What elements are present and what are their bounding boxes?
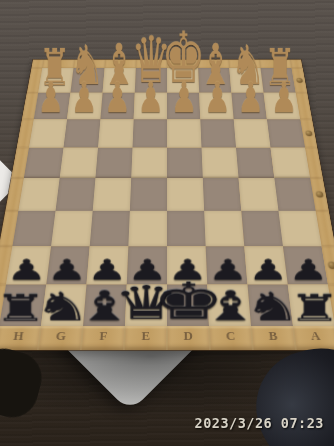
square-g5 [56,178,96,211]
board-frame: E [124,326,167,350]
board-frame: H [0,326,41,350]
square-b8: ♞ [248,285,294,327]
piece-white-pawn: ♟ [204,77,231,119]
board-frame: D [167,326,210,350]
piece-white-pawn: ♟ [237,77,264,119]
square-d4 [167,148,203,178]
board-frame: B [251,326,296,350]
square-h2: ♟ [34,93,71,119]
square-d5 [167,178,204,211]
photo-frame: ♜♞♝♛♚♝♞♜♟♟♟♟♟♟♟♟♟♟♟♟♟♟♟♟♜♞♝♛♚♝♞♜HGFEDCBA… [0,0,334,446]
square-h4 [24,148,64,178]
square-a4 [271,148,311,178]
square-c6 [204,211,244,246]
file-label-b: B [268,328,278,344]
square-d3 [167,119,202,147]
square-e4 [131,148,167,178]
square-c5 [203,178,242,211]
square-f6 [90,211,130,246]
board-frame: G [38,326,83,350]
file-label-h: H [12,328,24,344]
camera-timestamp: 2023/3/26 07:23 [195,415,324,431]
square-b2: ♟ [231,93,267,119]
square-b6 [241,211,283,246]
file-label-g: G [55,328,67,344]
square-g6 [51,211,93,246]
chess-board: ♜♞♝♛♚♝♞♜♟♟♟♟♟♟♟♟♟♟♟♟♟♟♟♟♜♞♝♛♚♝♞♜HGFEDCBA [0,60,334,350]
square-b3 [234,119,271,147]
square-g4 [60,148,98,178]
square-f5 [93,178,132,211]
square-a8: ♜ [288,285,334,327]
piece-black-rook: ♜ [288,290,334,327]
piece-white-pawn: ♟ [37,77,64,119]
board-frame: F [81,326,125,350]
square-a2: ♟ [264,93,301,119]
piece-white-pawn: ♟ [70,77,97,119]
square-e6 [128,211,167,246]
square-f2: ♟ [100,93,134,119]
square-c4 [202,148,239,178]
square-e3 [132,119,167,147]
square-f3 [98,119,134,147]
piece-white-pawn: ♟ [137,77,164,119]
board-scene: ♜♞♝♛♚♝♞♜♟♟♟♟♟♟♟♟♟♟♟♟♟♟♟♟♜♞♝♛♚♝♞♜HGFEDCBA [0,0,334,350]
square-f4 [95,148,132,178]
board-frame [316,211,334,246]
square-b5 [239,178,279,211]
piece-black-pawn: ♟ [6,256,47,284]
square-e5 [130,178,167,211]
board-frame: C [209,326,253,350]
square-g3 [63,119,100,147]
square-b4 [236,148,274,178]
file-label-e: E [141,328,150,344]
piece-black-pawn: ♟ [46,256,87,284]
square-h7: ♟ [6,246,51,284]
square-a6 [278,211,321,246]
file-label-d: D [183,328,193,344]
square-c3 [200,119,236,147]
square-g7: ♟ [46,246,89,284]
board-frame: A [293,326,334,350]
square-c2: ♟ [199,93,233,119]
square-d2: ♟ [167,93,200,119]
piece-white-pawn: ♟ [170,77,197,119]
square-h3 [29,119,67,147]
square-h6 [12,211,55,246]
square-h5 [18,178,59,211]
piece-white-pawn: ♟ [270,77,297,119]
file-label-a: A [310,328,322,344]
square-e2: ♟ [134,93,167,119]
piece-white-pawn: ♟ [104,77,131,119]
square-a7: ♟ [283,246,328,284]
square-d6 [167,211,206,246]
file-label-f: F [99,328,108,344]
square-g2: ♟ [67,93,103,119]
file-label-c: C [226,328,236,344]
piece-black-pawn: ♟ [247,256,288,284]
square-b7: ♟ [244,246,287,284]
piece-black-pawn: ♟ [288,256,329,284]
square-a3 [267,119,305,147]
square-a5 [274,178,315,211]
